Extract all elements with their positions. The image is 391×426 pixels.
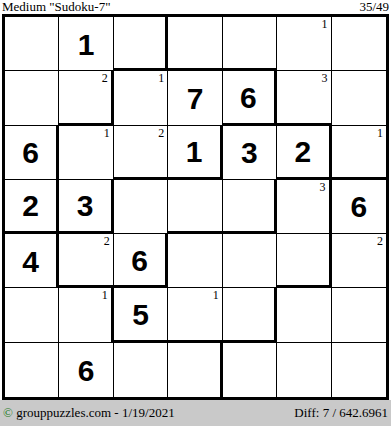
cell-r3c6[interactable]: 6 <box>332 180 386 234</box>
hint-digit: 1 <box>102 288 108 302</box>
cell-r4c0[interactable]: 4 <box>5 234 59 288</box>
cell-r1c6[interactable] <box>332 71 386 125</box>
copyright-text: grouppuzzles.com - 1/19/2021 <box>13 405 175 420</box>
cell-r2c0[interactable]: 6 <box>5 126 59 180</box>
cell-r6c2[interactable] <box>114 343 168 397</box>
hint-digit: 1 <box>213 288 219 302</box>
cell-r1c4[interactable]: 6 <box>223 71 277 125</box>
empty-cell-counter: 35/49 <box>359 0 389 15</box>
cell-r0c2[interactable] <box>114 17 168 71</box>
cell-r6c4[interactable] <box>223 343 277 397</box>
page-title: Medium "Sudoku-7" <box>2 0 110 15</box>
given-digit: 6 <box>240 83 257 113</box>
given-digit: 5 <box>132 300 149 330</box>
hint-digit: 1 <box>158 71 164 85</box>
cell-r6c5[interactable] <box>277 343 331 397</box>
hint-digit: 1 <box>377 126 383 140</box>
cell-r5c0[interactable] <box>5 288 59 342</box>
cell-r2c6[interactable]: 1 <box>332 126 386 180</box>
cell-r2c1[interactable]: 1 <box>59 126 113 180</box>
difficulty-label: Diff: 7 / 642.6961 <box>294 400 388 426</box>
cell-r4c2[interactable]: 6 <box>114 234 168 288</box>
cell-r5c6[interactable] <box>332 288 386 342</box>
cell-r2c3[interactable]: 1 <box>168 126 222 180</box>
cell-r0c5[interactable]: 1 <box>277 17 331 71</box>
cell-r5c2[interactable]: 5 <box>114 288 168 342</box>
footer-bar: © grouppuzzles.com - 1/19/2021 Diff: 7 /… <box>0 400 391 426</box>
cell-r2c2[interactable]: 2 <box>114 126 168 180</box>
cell-r2c5[interactable]: 2 <box>277 126 331 180</box>
cell-r5c1[interactable]: 1 <box>59 288 113 342</box>
given-digit: 1 <box>78 30 95 60</box>
cell-r5c5[interactable] <box>277 288 331 342</box>
cell-r0c0[interactable] <box>5 17 59 71</box>
hint-digit: 2 <box>377 234 383 248</box>
cell-r3c3[interactable] <box>168 180 222 234</box>
cell-r4c4[interactable] <box>223 234 277 288</box>
given-digit: 4 <box>22 247 39 277</box>
cell-r1c0[interactable] <box>5 71 59 125</box>
given-digit: 6 <box>22 138 39 168</box>
hint-digit: 2 <box>104 234 110 248</box>
given-digit: 7 <box>187 84 204 114</box>
cell-r1c1[interactable]: 2 <box>59 71 113 125</box>
cell-r1c3[interactable]: 7 <box>168 71 222 125</box>
cell-r3c0[interactable]: 2 <box>5 180 59 234</box>
cell-r6c0[interactable] <box>5 343 59 397</box>
cell-r1c5[interactable]: 3 <box>277 71 331 125</box>
given-digit: 2 <box>295 137 312 167</box>
cell-r0c4[interactable] <box>223 17 277 71</box>
hint-digit: 3 <box>322 71 328 85</box>
cell-r1c2[interactable]: 1 <box>114 71 168 125</box>
cell-r2c4[interactable]: 3 <box>223 126 277 180</box>
given-digit: 2 <box>22 191 39 221</box>
cell-r0c1[interactable]: 1 <box>59 17 113 71</box>
given-digit: 1 <box>186 137 203 167</box>
given-digit: 6 <box>131 246 148 276</box>
cell-r4c5[interactable] <box>277 234 331 288</box>
sudoku-board: 11217636121321233642621516 <box>2 14 389 400</box>
given-digit: 6 <box>350 192 367 222</box>
cell-r6c6[interactable] <box>332 343 386 397</box>
cell-r6c3[interactable] <box>168 343 222 397</box>
cell-r3c2[interactable] <box>114 180 168 234</box>
cell-r3c1[interactable]: 3 <box>59 180 113 234</box>
copyright-icon: © <box>3 405 13 420</box>
hint-digit: 2 <box>158 126 164 140</box>
given-digit: 6 <box>78 356 95 386</box>
cell-r0c6[interactable] <box>332 17 386 71</box>
given-digit: 3 <box>241 138 258 168</box>
given-digit: 3 <box>77 191 94 221</box>
copyright-line: © grouppuzzles.com - 1/19/2021 <box>3 400 175 426</box>
cell-r3c4[interactable] <box>223 180 277 234</box>
cell-r4c6[interactable]: 2 <box>332 234 386 288</box>
hint-digit: 1 <box>104 126 110 140</box>
hint-digit: 3 <box>320 180 326 194</box>
cell-r3c5[interactable]: 3 <box>277 180 331 234</box>
hint-digit: 2 <box>102 71 108 85</box>
cell-r5c4[interactable] <box>223 288 277 342</box>
cell-r5c3[interactable]: 1 <box>168 288 222 342</box>
cell-r6c1[interactable]: 6 <box>59 343 113 397</box>
cell-r4c1[interactable]: 2 <box>59 234 113 288</box>
cell-r4c3[interactable] <box>168 234 222 288</box>
hint-digit: 1 <box>322 17 328 31</box>
cell-r0c3[interactable] <box>168 17 222 71</box>
